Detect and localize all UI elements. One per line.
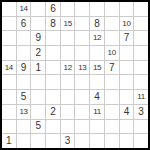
cell-r7c5[interactable] [75,105,89,119]
cell-r5c3[interactable] [46,75,60,89]
clue-cell-r2c2[interactable]: 9 [31,31,45,45]
cell-r1c5[interactable] [75,17,89,31]
cell-r9c8[interactable] [120,134,134,148]
cell-r5c0[interactable] [2,75,16,89]
cell-r3c9[interactable] [134,46,148,60]
cell-r1c7[interactable] [105,17,119,31]
clue-cell-r1c3[interactable]: 8 [46,17,60,31]
cell-r2c3[interactable] [46,31,60,45]
cell-r9c2[interactable] [31,134,45,148]
clue-cell-r4c7[interactable]: 7 [105,61,119,75]
clue-cell-r7c3[interactable]: 2 [46,105,60,119]
clue-cell-r4c6[interactable]: 15 [90,61,104,75]
cell-r2c4[interactable] [61,31,75,45]
cell-r2c7[interactable] [105,31,119,45]
cell-r6c7[interactable] [105,90,119,104]
cell-r8c5[interactable] [75,120,89,134]
cell-r7c7[interactable] [105,105,119,119]
cell-r4c8[interactable] [120,61,134,75]
clue-cell-r3c7[interactable]: 10 [105,46,119,60]
clue-cell-r2c6[interactable]: 12 [90,31,104,45]
cell-r8c3[interactable] [46,120,60,134]
cell-r3c5[interactable] [75,46,89,60]
cell-r6c5[interactable] [75,90,89,104]
cell-r9c3[interactable] [46,134,60,148]
cell-r5c9[interactable] [134,75,148,89]
clue-cell-r4c0[interactable]: 14 [2,61,16,75]
cell-r3c4[interactable] [61,46,75,60]
cell-r3c1[interactable] [17,46,31,60]
cell-r9c5[interactable] [75,134,89,148]
cell-r7c4[interactable] [61,105,75,119]
cell-r8c1[interactable] [17,120,31,134]
cell-r9c9[interactable] [134,134,148,148]
cell-r1c0[interactable] [2,17,16,31]
cell-r0c6[interactable] [90,2,104,16]
clue-cell-r6c1[interactable]: 5 [17,90,31,104]
clue-cell-r9c0[interactable]: 1 [2,134,16,148]
cell-r5c5[interactable] [75,75,89,89]
cell-r6c3[interactable] [46,90,60,104]
clue-cell-r1c4[interactable]: 15 [61,17,75,31]
cell-r6c8[interactable] [120,90,134,104]
cell-r9c7[interactable] [105,134,119,148]
clue-cell-r7c8[interactable]: 4 [120,105,134,119]
clue-cell-r3c2[interactable]: 2 [31,46,45,60]
cell-r0c5[interactable] [75,2,89,16]
clue-cell-r0c3[interactable]: 6 [46,2,60,16]
cell-r7c2[interactable] [31,105,45,119]
cell-r0c4[interactable] [61,2,75,16]
cell-r6c0[interactable] [2,90,16,104]
clue-cell-r6c6[interactable]: 4 [90,90,104,104]
cell-r2c5[interactable] [75,31,89,45]
cell-r8c9[interactable] [134,120,148,134]
cell-r3c3[interactable] [46,46,60,60]
cell-r5c8[interactable] [120,75,134,89]
cell-r8c7[interactable] [105,120,119,134]
cell-r9c1[interactable] [17,134,31,148]
cell-r8c8[interactable] [120,120,134,134]
clue-cell-r6c9[interactable]: 11 [134,90,148,104]
cell-r6c4[interactable] [61,90,75,104]
cell-r6c2[interactable] [31,90,45,104]
clue-cell-r4c5[interactable]: 13 [75,61,89,75]
clue-cell-r1c1[interactable]: 6 [17,17,31,31]
cell-r0c2[interactable] [31,2,45,16]
clue-cell-r7c1[interactable]: 13 [17,105,31,119]
cell-r4c9[interactable] [134,61,148,75]
cell-r2c1[interactable] [17,31,31,45]
clue-cell-r4c2[interactable]: 1 [31,61,45,75]
cell-r3c0[interactable] [2,46,16,60]
cell-r5c7[interactable] [105,75,119,89]
cell-r2c0[interactable] [2,31,16,45]
clue-cell-r7c9[interactable]: 3 [134,105,148,119]
cell-r0c0[interactable] [2,2,16,16]
cell-r3c6[interactable] [90,46,104,60]
clue-cell-r7c6[interactable]: 11 [90,105,104,119]
clue-cell-r1c8[interactable]: 10 [120,17,134,31]
cell-r0c9[interactable] [134,2,148,16]
cell-r5c4[interactable] [61,75,75,89]
cell-r7c0[interactable] [2,105,16,119]
cell-r8c0[interactable] [2,120,16,134]
cell-r1c2[interactable] [31,17,45,31]
cell-r8c6[interactable] [90,120,104,134]
cell-r3c8[interactable] [120,46,134,60]
clue-cell-r8c2[interactable]: 5 [31,120,45,134]
clue-cell-r1c6[interactable]: 8 [90,17,104,31]
clue-cell-r2c8[interactable]: 7 [120,31,134,45]
numberlink-board: 1466815810912721014911213157541113211435… [0,0,150,150]
cell-r2c9[interactable] [134,31,148,45]
cell-r5c1[interactable] [17,75,31,89]
clue-cell-r9c4[interactable]: 3 [61,134,75,148]
cell-r1c9[interactable] [134,17,148,31]
cell-r8c4[interactable] [61,120,75,134]
cell-r9c6[interactable] [90,134,104,148]
cell-r4c3[interactable] [46,61,60,75]
clue-cell-r0c1[interactable]: 14 [17,2,31,16]
cell-r5c2[interactable] [31,75,45,89]
cell-r0c8[interactable] [120,2,134,16]
cell-r0c7[interactable] [105,2,119,16]
clue-cell-r4c1[interactable]: 9 [17,61,31,75]
cell-r5c6[interactable] [90,75,104,89]
clue-cell-r4c4[interactable]: 12 [61,61,75,75]
